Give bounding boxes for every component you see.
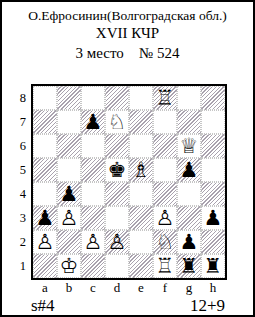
square-b3: ♙: [57, 206, 81, 230]
award-line: 3 место № 524: [2, 44, 253, 63]
square-c3: [81, 206, 105, 230]
square-b2: [57, 230, 81, 254]
square-b6: [57, 134, 81, 158]
rank-label-8: 8: [20, 91, 26, 106]
square-g3: [177, 206, 201, 230]
rank-labels: 87654321: [2, 84, 31, 280]
chess-board: ♖♟♘♕♚♗♟♟♟♙♙♟♙♙♙♘♟♔♖♜♜: [31, 84, 227, 280]
square-a2: ♙: [33, 230, 57, 254]
white-knight: ♘: [108, 110, 127, 134]
problem-number: № 524: [139, 44, 180, 63]
square-h1: ♜: [201, 254, 225, 278]
square-c4: [81, 182, 105, 206]
black-pawn: ♟: [84, 110, 103, 134]
square-f6: [153, 134, 177, 158]
square-d5: ♚: [105, 158, 129, 182]
square-d4: [105, 182, 129, 206]
square-c5: [81, 158, 105, 182]
square-h4: [201, 182, 225, 206]
black-pawn: ♟: [180, 158, 199, 182]
white-bishop: ♗: [132, 158, 151, 182]
black-king: ♚: [108, 158, 127, 182]
square-f4: [153, 182, 177, 206]
square-g5: ♟: [177, 158, 201, 182]
square-b5: [57, 158, 81, 182]
black-pawn: ♟: [36, 206, 55, 230]
square-f1: ♖: [153, 254, 177, 278]
square-e7: [129, 110, 153, 134]
square-c1: [81, 254, 105, 278]
file-label-a: a: [42, 281, 48, 295]
file-label-b: b: [66, 281, 73, 295]
square-a5: [33, 158, 57, 182]
header: О.Ефросинин(Волгоградская обл.) XVII КЧР…: [2, 7, 253, 63]
square-d8: [105, 86, 129, 110]
rank-label-3: 3: [20, 211, 26, 226]
white-rook: ♖: [156, 254, 175, 278]
square-g1: ♜: [177, 254, 201, 278]
file-labels: abcdefgh: [33, 281, 253, 295]
square-d2: ♙: [105, 230, 129, 254]
square-c6: [81, 134, 105, 158]
board-row: 87654321 ♖♟♘♕♚♗♟♟♟♙♙♟♙♙♙♘♟♔♖♜♜: [2, 84, 253, 280]
piece-count-text: 12+9: [190, 296, 225, 315]
black-pawn: ♟: [180, 230, 199, 254]
square-e1: [129, 254, 153, 278]
square-f3: ♙: [153, 206, 177, 230]
file-label-h: h: [210, 281, 217, 295]
chess-problem-diagram: О.Ефросинин(Волгоградская обл.) XVII КЧР…: [0, 0, 255, 317]
square-c7: ♟: [81, 110, 105, 134]
square-h3: ♟: [201, 206, 225, 230]
square-f2: ♘: [153, 230, 177, 254]
square-f8: ♖: [153, 86, 177, 110]
rank-label-6: 6: [20, 139, 26, 154]
square-b4: ♟: [57, 182, 81, 206]
white-queen: ♕: [180, 134, 199, 158]
white-pawn: ♙: [108, 230, 127, 254]
square-f7: [153, 110, 177, 134]
square-a8: [33, 86, 57, 110]
square-g7: [177, 110, 201, 134]
square-a6: [33, 134, 57, 158]
square-f5: [153, 158, 177, 182]
square-g2: ♟: [177, 230, 201, 254]
file-label-f: f: [163, 281, 167, 295]
square-d3: [105, 206, 129, 230]
square-h5: [201, 158, 225, 182]
file-label-c: c: [90, 281, 96, 295]
square-b7: [57, 110, 81, 134]
author-line: О.Ефросинин(Волгоградская обл.): [2, 7, 253, 24]
square-b1: ♔: [57, 254, 81, 278]
square-h7: [201, 110, 225, 134]
square-e5: ♗: [129, 158, 153, 182]
white-pawn: ♙: [84, 230, 103, 254]
square-d1: [105, 254, 129, 278]
square-a7: [33, 110, 57, 134]
square-e6: [129, 134, 153, 158]
square-g6: ♕: [177, 134, 201, 158]
square-g8: [177, 86, 201, 110]
square-e4: [129, 182, 153, 206]
rank-label-2: 2: [20, 235, 26, 250]
black-pawn: ♟: [60, 182, 79, 206]
stipulation-text: s#4: [31, 296, 55, 315]
square-a4: [33, 182, 57, 206]
white-pawn: ♙: [36, 230, 55, 254]
black-rook: ♜: [204, 254, 223, 278]
white-king: ♔: [60, 254, 79, 278]
square-e8: [129, 86, 153, 110]
square-d7: ♘: [105, 110, 129, 134]
square-b8: [57, 86, 81, 110]
rank-label-5: 5: [20, 163, 26, 178]
square-e3: [129, 206, 153, 230]
square-g4: [177, 182, 201, 206]
square-c8: [81, 86, 105, 110]
white-rook: ♖: [156, 86, 175, 110]
rank-label-7: 7: [20, 115, 26, 130]
file-label-d: d: [114, 281, 121, 295]
white-knight: ♘: [156, 230, 175, 254]
square-d6: [105, 134, 129, 158]
event-line: XVII КЧР: [2, 24, 253, 43]
square-c2: ♙: [81, 230, 105, 254]
white-pawn: ♙: [60, 206, 79, 230]
square-h6: [201, 134, 225, 158]
file-label-g: g: [186, 281, 193, 295]
square-h2: [201, 230, 225, 254]
white-pawn: ♙: [156, 206, 175, 230]
square-e2: [129, 230, 153, 254]
square-h8: [201, 86, 225, 110]
square-a3: ♟: [33, 206, 57, 230]
square-a1: [33, 254, 57, 278]
place-text: 3 место: [76, 44, 124, 63]
file-label-e: e: [138, 281, 144, 295]
rank-label-4: 4: [20, 187, 26, 202]
footer: s#4 12+9: [2, 295, 253, 315]
rank-label-1: 1: [20, 259, 26, 274]
black-rook: ♜: [180, 254, 199, 278]
black-pawn: ♟: [204, 206, 223, 230]
